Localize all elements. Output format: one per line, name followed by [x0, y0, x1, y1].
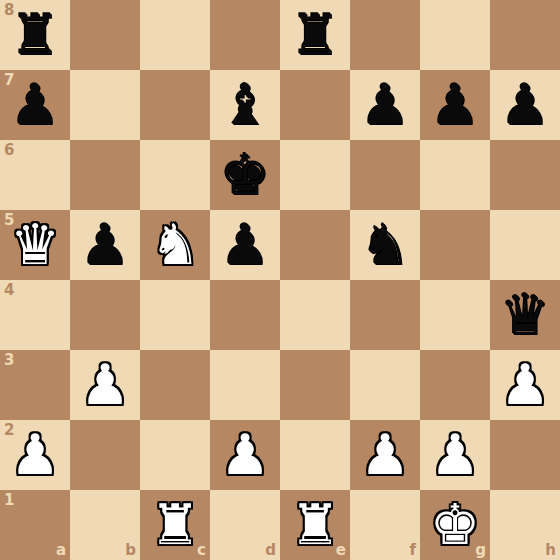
- black-bishop[interactable]: ♝: [220, 70, 270, 140]
- square-d5[interactable]: ♟: [210, 210, 280, 280]
- square-g4[interactable]: [420, 280, 490, 350]
- square-h3[interactable]: ♟: [490, 350, 560, 420]
- square-g1[interactable]: g♚: [420, 490, 490, 560]
- rank-label-1: 1: [4, 493, 14, 508]
- white-king[interactable]: ♚: [430, 490, 480, 560]
- square-f3[interactable]: [350, 350, 420, 420]
- square-c2[interactable]: [140, 420, 210, 490]
- square-c7[interactable]: [140, 70, 210, 140]
- square-e3[interactable]: [280, 350, 350, 420]
- square-b5[interactable]: ♟: [70, 210, 140, 280]
- square-e8[interactable]: ♜: [280, 0, 350, 70]
- square-d8[interactable]: [210, 0, 280, 70]
- square-e5[interactable]: [280, 210, 350, 280]
- square-e4[interactable]: [280, 280, 350, 350]
- square-h7[interactable]: ♟: [490, 70, 560, 140]
- square-a6[interactable]: 6: [0, 140, 70, 210]
- black-knight[interactable]: ♞: [360, 210, 410, 280]
- file-label-a: a: [56, 543, 66, 558]
- white-pawn[interactable]: ♟: [360, 420, 410, 490]
- square-f6[interactable]: [350, 140, 420, 210]
- black-pawn[interactable]: ♟: [10, 70, 60, 140]
- black-pawn[interactable]: ♟: [220, 210, 270, 280]
- square-h1[interactable]: h: [490, 490, 560, 560]
- black-king[interactable]: ♚: [220, 140, 270, 210]
- white-pawn[interactable]: ♟: [80, 350, 130, 420]
- square-b8[interactable]: [70, 0, 140, 70]
- black-pawn[interactable]: ♟: [500, 70, 550, 140]
- black-pawn[interactable]: ♟: [360, 70, 410, 140]
- chess-board: 8♜♜7♟♝♟♟♟6♚5♛♟♞♟♞4♛3♟♟2♟♟♟♟1abc♜de♜fg♚h: [0, 0, 560, 560]
- file-label-h: h: [545, 543, 556, 558]
- square-d4[interactable]: [210, 280, 280, 350]
- square-h6[interactable]: [490, 140, 560, 210]
- square-a7[interactable]: 7♟: [0, 70, 70, 140]
- square-b7[interactable]: [70, 70, 140, 140]
- square-h5[interactable]: [490, 210, 560, 280]
- square-g3[interactable]: [420, 350, 490, 420]
- square-a4[interactable]: 4: [0, 280, 70, 350]
- square-c5[interactable]: ♞: [140, 210, 210, 280]
- square-c6[interactable]: [140, 140, 210, 210]
- rank-label-4: 4: [4, 283, 14, 298]
- file-label-d: d: [265, 543, 276, 558]
- square-a5[interactable]: 5♛: [0, 210, 70, 280]
- square-e7[interactable]: [280, 70, 350, 140]
- square-a8[interactable]: 8♜: [0, 0, 70, 70]
- white-knight[interactable]: ♞: [150, 210, 200, 280]
- square-f7[interactable]: ♟: [350, 70, 420, 140]
- black-pawn[interactable]: ♟: [430, 70, 480, 140]
- white-pawn[interactable]: ♟: [500, 350, 550, 420]
- square-c8[interactable]: [140, 0, 210, 70]
- square-g7[interactable]: ♟: [420, 70, 490, 140]
- square-c1[interactable]: c♜: [140, 490, 210, 560]
- white-pawn[interactable]: ♟: [430, 420, 480, 490]
- white-rook[interactable]: ♜: [150, 490, 200, 560]
- square-d7[interactable]: ♝: [210, 70, 280, 140]
- rank-label-6: 6: [4, 143, 14, 158]
- square-h2[interactable]: [490, 420, 560, 490]
- black-rook[interactable]: ♜: [10, 0, 60, 70]
- square-a3[interactable]: 3: [0, 350, 70, 420]
- white-rook[interactable]: ♜: [290, 490, 340, 560]
- square-c4[interactable]: [140, 280, 210, 350]
- square-d6[interactable]: ♚: [210, 140, 280, 210]
- square-f4[interactable]: [350, 280, 420, 350]
- file-label-f: f: [409, 543, 416, 558]
- square-e6[interactable]: [280, 140, 350, 210]
- white-queen[interactable]: ♛: [10, 210, 60, 280]
- square-a2[interactable]: 2♟: [0, 420, 70, 490]
- square-g2[interactable]: ♟: [420, 420, 490, 490]
- black-queen[interactable]: ♛: [500, 280, 550, 350]
- square-b1[interactable]: b: [70, 490, 140, 560]
- square-b4[interactable]: [70, 280, 140, 350]
- square-d1[interactable]: d: [210, 490, 280, 560]
- square-h8[interactable]: [490, 0, 560, 70]
- square-d2[interactable]: ♟: [210, 420, 280, 490]
- square-f2[interactable]: ♟: [350, 420, 420, 490]
- square-c3[interactable]: [140, 350, 210, 420]
- square-g6[interactable]: [420, 140, 490, 210]
- white-pawn[interactable]: ♟: [10, 420, 60, 490]
- square-b2[interactable]: [70, 420, 140, 490]
- white-pawn[interactable]: ♟: [220, 420, 270, 490]
- black-pawn[interactable]: ♟: [80, 210, 130, 280]
- square-e2[interactable]: [280, 420, 350, 490]
- black-rook[interactable]: ♜: [290, 0, 340, 70]
- square-b6[interactable]: [70, 140, 140, 210]
- rank-label-3: 3: [4, 353, 14, 368]
- square-e1[interactable]: e♜: [280, 490, 350, 560]
- square-d3[interactable]: [210, 350, 280, 420]
- square-f5[interactable]: ♞: [350, 210, 420, 280]
- square-f8[interactable]: [350, 0, 420, 70]
- square-h4[interactable]: ♛: [490, 280, 560, 350]
- square-f1[interactable]: f: [350, 490, 420, 560]
- file-label-b: b: [125, 543, 136, 558]
- square-g8[interactable]: [420, 0, 490, 70]
- square-b3[interactable]: ♟: [70, 350, 140, 420]
- square-g5[interactable]: [420, 210, 490, 280]
- square-a1[interactable]: 1a: [0, 490, 70, 560]
